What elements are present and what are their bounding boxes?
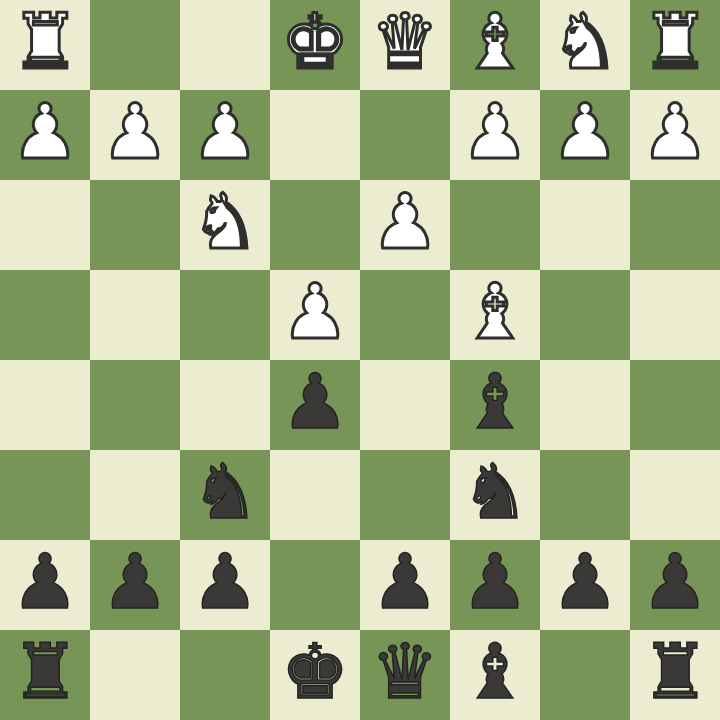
square-d2[interactable] <box>360 90 450 180</box>
white-pawn-c2: ♟ <box>461 87 529 177</box>
square-c3[interactable] <box>450 180 540 270</box>
square-e5[interactable]: ♟ <box>270 360 360 450</box>
white-pawn-e4: ♟ <box>281 267 349 357</box>
square-f3[interactable]: ♞ <box>180 180 270 270</box>
square-f2[interactable]: ♟ <box>180 90 270 180</box>
black-pawn-f7: ♟ <box>191 537 259 627</box>
square-g6[interactable] <box>90 450 180 540</box>
black-bishop-c8: ♝ <box>461 627 529 717</box>
square-e2[interactable] <box>270 90 360 180</box>
white-bishop-c4: ♝ <box>461 267 529 357</box>
white-pawn-a2: ♟ <box>641 87 709 177</box>
black-queen-d8: ♛ <box>371 627 439 717</box>
square-h4[interactable] <box>0 270 90 360</box>
white-pawn-f2: ♟ <box>191 87 259 177</box>
black-knight-f6: ♞ <box>191 447 259 537</box>
square-g1[interactable] <box>90 0 180 90</box>
square-h3[interactable] <box>0 180 90 270</box>
square-g4[interactable] <box>90 270 180 360</box>
square-a5[interactable] <box>630 360 720 450</box>
black-king-e8: ♚ <box>281 627 349 717</box>
square-b4[interactable] <box>540 270 630 360</box>
square-b1[interactable]: ♞ <box>540 0 630 90</box>
square-g7[interactable]: ♟ <box>90 540 180 630</box>
square-f4[interactable] <box>180 270 270 360</box>
square-e3[interactable] <box>270 180 360 270</box>
black-pawn-g7: ♟ <box>101 537 169 627</box>
square-c2[interactable]: ♟ <box>450 90 540 180</box>
black-bishop-c5: ♝ <box>461 357 529 447</box>
white-rook-a1: ♜ <box>641 0 709 87</box>
black-pawn-c7: ♟ <box>461 537 529 627</box>
square-h7[interactable]: ♟ <box>0 540 90 630</box>
square-c7[interactable]: ♟ <box>450 540 540 630</box>
black-pawn-a7: ♟ <box>641 537 709 627</box>
square-g5[interactable] <box>90 360 180 450</box>
square-c6[interactable]: ♞ <box>450 450 540 540</box>
square-d5[interactable] <box>360 360 450 450</box>
square-f1[interactable] <box>180 0 270 90</box>
white-knight-b1: ♞ <box>551 0 619 87</box>
square-g2[interactable]: ♟ <box>90 90 180 180</box>
white-king-e1: ♚ <box>281 0 349 87</box>
white-pawn-g2: ♟ <box>101 87 169 177</box>
square-a3[interactable] <box>630 180 720 270</box>
square-h6[interactable] <box>0 450 90 540</box>
square-e6[interactable] <box>270 450 360 540</box>
square-a1[interactable]: ♜ <box>630 0 720 90</box>
square-c8[interactable]: ♝ <box>450 630 540 720</box>
black-rook-a8: ♜ <box>641 627 709 717</box>
square-b2[interactable]: ♟ <box>540 90 630 180</box>
square-b5[interactable] <box>540 360 630 450</box>
square-f7[interactable]: ♟ <box>180 540 270 630</box>
square-f5[interactable] <box>180 360 270 450</box>
square-d7[interactable]: ♟ <box>360 540 450 630</box>
square-e1[interactable]: ♚ <box>270 0 360 90</box>
square-h8[interactable]: ♜ <box>0 630 90 720</box>
square-d8[interactable]: ♛ <box>360 630 450 720</box>
square-d6[interactable] <box>360 450 450 540</box>
square-d4[interactable] <box>360 270 450 360</box>
chess-board: ♜♚♛♝♞♜♟♟♟♟♟♟♞♟♟♝♟♝♞♞♟♟♟♟♟♟♟♜♚♛♝♜ <box>0 0 720 720</box>
square-b3[interactable] <box>540 180 630 270</box>
square-a4[interactable] <box>630 270 720 360</box>
square-a2[interactable]: ♟ <box>630 90 720 180</box>
chess-board-container: ♜♚♛♝♞♜♟♟♟♟♟♟♞♟♟♝♟♝♞♞♟♟♟♟♟♟♟♜♚♛♝♜ <box>0 0 720 720</box>
square-c4[interactable]: ♝ <box>450 270 540 360</box>
square-d3[interactable]: ♟ <box>360 180 450 270</box>
square-b8[interactable] <box>540 630 630 720</box>
white-pawn-d3: ♟ <box>371 177 439 267</box>
square-a7[interactable]: ♟ <box>630 540 720 630</box>
square-f8[interactable] <box>180 630 270 720</box>
black-pawn-d7: ♟ <box>371 537 439 627</box>
square-g3[interactable] <box>90 180 180 270</box>
square-a8[interactable]: ♜ <box>630 630 720 720</box>
square-h5[interactable] <box>0 360 90 450</box>
square-e4[interactable]: ♟ <box>270 270 360 360</box>
square-h1[interactable]: ♜ <box>0 0 90 90</box>
square-a6[interactable] <box>630 450 720 540</box>
square-b7[interactable]: ♟ <box>540 540 630 630</box>
white-pawn-h2: ♟ <box>11 87 79 177</box>
white-bishop-c1: ♝ <box>461 0 529 87</box>
square-c5[interactable]: ♝ <box>450 360 540 450</box>
square-f6[interactable]: ♞ <box>180 450 270 540</box>
black-pawn-b7: ♟ <box>551 537 619 627</box>
square-e7[interactable] <box>270 540 360 630</box>
white-knight-f3: ♞ <box>191 177 259 267</box>
square-d1[interactable]: ♛ <box>360 0 450 90</box>
square-e8[interactable]: ♚ <box>270 630 360 720</box>
square-h2[interactable]: ♟ <box>0 90 90 180</box>
square-g8[interactable] <box>90 630 180 720</box>
black-rook-h8: ♜ <box>11 627 79 717</box>
black-pawn-h7: ♟ <box>11 537 79 627</box>
black-pawn-e5: ♟ <box>281 357 349 447</box>
square-c1[interactable]: ♝ <box>450 0 540 90</box>
black-knight-c6: ♞ <box>461 447 529 537</box>
white-rook-h1: ♜ <box>11 0 79 87</box>
square-b6[interactable] <box>540 450 630 540</box>
white-pawn-b2: ♟ <box>551 87 619 177</box>
white-queen-d1: ♛ <box>371 0 439 87</box>
